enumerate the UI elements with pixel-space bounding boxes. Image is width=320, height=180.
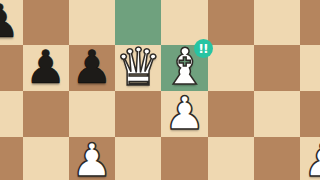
square-b5[interactable]: ♟ — [23, 45, 69, 91]
square-c5[interactable]: ♟ — [69, 45, 115, 91]
square-h4[interactable] — [300, 91, 320, 137]
square-d4[interactable] — [115, 91, 161, 137]
square-g4[interactable] — [254, 91, 300, 137]
square-h3[interactable]: ♟ — [300, 137, 320, 180]
chess-board: ♟♟♟♛♝!!♟♟♟ — [0, 0, 320, 180]
black-pawn[interactable]: ♟ — [0, 0, 20, 44]
square-f4[interactable] — [208, 91, 254, 137]
white-pawn[interactable]: ♟ — [164, 90, 205, 136]
square-e4[interactable]: ♟ — [161, 91, 207, 137]
square-b6[interactable] — [23, 0, 69, 45]
white-queen[interactable]: ♛ — [115, 41, 162, 93]
white-pawn[interactable]: ♟ — [303, 137, 320, 180]
square-c3[interactable]: ♟ — [69, 137, 115, 180]
square-f6[interactable] — [208, 0, 254, 45]
square-e3[interactable] — [161, 137, 207, 180]
square-f3[interactable] — [208, 137, 254, 180]
square-e5[interactable]: ♝!! — [161, 45, 207, 91]
square-a4[interactable] — [0, 91, 23, 137]
black-pawn[interactable]: ♟ — [71, 44, 112, 90]
white-pawn[interactable]: ♟ — [71, 137, 112, 180]
square-b4[interactable] — [23, 91, 69, 137]
square-h5[interactable] — [300, 45, 320, 91]
square-b3[interactable] — [23, 137, 69, 180]
black-pawn[interactable]: ♟ — [25, 44, 66, 90]
square-c4[interactable] — [69, 91, 115, 137]
square-h6[interactable] — [300, 0, 320, 45]
square-c6[interactable] — [69, 0, 115, 45]
square-g3[interactable] — [254, 137, 300, 180]
square-d3[interactable] — [115, 137, 161, 180]
square-a5[interactable] — [0, 45, 23, 91]
square-d5[interactable]: ♛ — [115, 45, 161, 91]
square-g6[interactable] — [254, 0, 300, 45]
square-g5[interactable] — [254, 45, 300, 91]
chess-board-viewport: ♟♟♟♛♝!!♟♟♟ — [0, 0, 320, 180]
square-f5[interactable] — [208, 45, 254, 91]
square-a6[interactable]: ♟ — [0, 0, 23, 45]
square-a3[interactable] — [0, 137, 23, 180]
